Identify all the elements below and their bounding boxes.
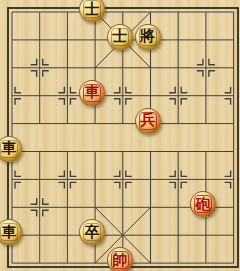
pieces-layer: 士士將車兵車砲車卒帥 xyxy=(0,0,240,271)
chariot-glyph: 車 xyxy=(2,224,17,239)
chariot-glyph: 車 xyxy=(85,85,100,100)
piece-black-soldier[interactable]: 卒 xyxy=(79,219,105,245)
advisor-glyph: 士 xyxy=(112,29,127,44)
soldier-glyph: 兵 xyxy=(140,113,155,128)
piece-black-advisor[interactable]: 士 xyxy=(79,0,105,22)
piece-black-general[interactable]: 將 xyxy=(135,24,161,50)
advisor-glyph: 士 xyxy=(85,1,100,16)
cannon-glyph: 砲 xyxy=(195,196,210,211)
piece-black-chariot[interactable]: 車 xyxy=(0,136,22,162)
piece-red-general[interactable]: 帥 xyxy=(107,247,133,271)
general-glyph: 帥 xyxy=(112,252,127,267)
piece-black-advisor[interactable]: 士 xyxy=(107,24,133,50)
general-glyph: 將 xyxy=(140,29,155,44)
piece-black-chariot[interactable]: 車 xyxy=(0,219,22,245)
soldier-glyph: 卒 xyxy=(85,224,100,239)
chariot-glyph: 車 xyxy=(2,141,17,156)
xiangqi-board: 士士將車兵車砲車卒帥 xyxy=(0,0,240,271)
piece-red-soldier[interactable]: 兵 xyxy=(135,108,161,134)
piece-red-cannon[interactable]: 砲 xyxy=(190,191,216,217)
piece-red-chariot[interactable]: 車 xyxy=(79,80,105,106)
